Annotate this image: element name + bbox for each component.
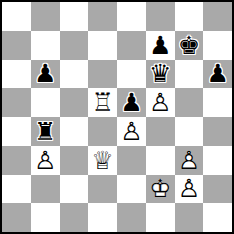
square-h2[interactable] — [203, 175, 232, 204]
square-a5[interactable] — [2, 88, 31, 117]
white-pawn-fill: ♟ — [117, 117, 146, 146]
square-d1[interactable] — [88, 203, 117, 232]
square-h5[interactable] — [203, 88, 232, 117]
square-c6[interactable] — [60, 60, 89, 89]
white-pawn: ♙ — [31, 146, 60, 175]
white-pawn: ♙ — [175, 146, 204, 175]
white-pawn-fill: ♟ — [175, 146, 204, 175]
square-b5[interactable] — [31, 88, 60, 117]
square-b8[interactable] — [31, 2, 60, 31]
white-pawn-fill: ♟ — [175, 175, 204, 204]
square-b3[interactable]: ♟♙ — [31, 146, 60, 175]
square-a7[interactable] — [2, 31, 31, 60]
square-g7[interactable]: ♚ — [175, 31, 204, 60]
square-c8[interactable] — [60, 2, 89, 31]
square-e3[interactable] — [117, 146, 146, 175]
square-f1[interactable] — [146, 203, 175, 232]
white-queen-fill: ♛ — [88, 146, 117, 175]
black-rook: ♜ — [31, 117, 60, 146]
square-e4[interactable]: ♟♙ — [117, 117, 146, 146]
square-e8[interactable] — [117, 2, 146, 31]
square-a6[interactable] — [2, 60, 31, 89]
square-g1[interactable] — [175, 203, 204, 232]
square-a3[interactable] — [2, 146, 31, 175]
white-rook: ♖ — [88, 88, 117, 117]
square-e1[interactable] — [117, 203, 146, 232]
square-e6[interactable] — [117, 60, 146, 89]
white-pawn: ♙ — [117, 117, 146, 146]
square-f4[interactable] — [146, 117, 175, 146]
square-c3[interactable] — [60, 146, 89, 175]
square-h4[interactable] — [203, 117, 232, 146]
square-f8[interactable] — [146, 2, 175, 31]
square-c5[interactable] — [60, 88, 89, 117]
square-f7[interactable]: ♟ — [146, 31, 175, 60]
square-f6[interactable]: ♛ — [146, 60, 175, 89]
square-g8[interactable] — [175, 2, 204, 31]
square-d7[interactable] — [88, 31, 117, 60]
square-b6[interactable]: ♟ — [31, 60, 60, 89]
square-b4[interactable]: ♜ — [31, 117, 60, 146]
square-b1[interactable] — [31, 203, 60, 232]
square-b2[interactable] — [31, 175, 60, 204]
white-queen: ♕ — [88, 146, 117, 175]
square-f5[interactable]: ♟♙ — [146, 88, 175, 117]
square-a4[interactable] — [2, 117, 31, 146]
square-g5[interactable] — [175, 88, 204, 117]
square-e2[interactable] — [117, 175, 146, 204]
white-pawn: ♙ — [175, 175, 204, 204]
square-f3[interactable] — [146, 146, 175, 175]
white-rook-fill: ♜ — [88, 88, 117, 117]
white-king: ♔ — [146, 175, 175, 204]
black-pawn: ♟ — [117, 88, 146, 117]
square-h7[interactable] — [203, 31, 232, 60]
square-h8[interactable] — [203, 2, 232, 31]
square-g4[interactable] — [175, 117, 204, 146]
square-c4[interactable] — [60, 117, 89, 146]
black-queen: ♛ — [146, 60, 175, 89]
square-d6[interactable] — [88, 60, 117, 89]
square-g6[interactable] — [175, 60, 204, 89]
white-pawn: ♙ — [146, 88, 175, 117]
square-d8[interactable] — [88, 2, 117, 31]
square-d2[interactable] — [88, 175, 117, 204]
square-d4[interactable] — [88, 117, 117, 146]
black-pawn: ♟ — [203, 60, 232, 89]
square-e7[interactable] — [117, 31, 146, 60]
white-pawn-fill: ♟ — [31, 146, 60, 175]
chess-board: ♟♚♟♛♟♜♖♟♟♙♜♟♙♟♙♛♕♟♙♚♔♟♙ — [0, 0, 234, 234]
square-a2[interactable] — [2, 175, 31, 204]
square-e5[interactable]: ♟ — [117, 88, 146, 117]
square-a1[interactable] — [2, 203, 31, 232]
white-pawn-fill: ♟ — [146, 88, 175, 117]
square-g2[interactable]: ♟♙ — [175, 175, 204, 204]
square-h1[interactable] — [203, 203, 232, 232]
square-c7[interactable] — [60, 31, 89, 60]
square-a8[interactable] — [2, 2, 31, 31]
square-g3[interactable]: ♟♙ — [175, 146, 204, 175]
square-c1[interactable] — [60, 203, 89, 232]
black-pawn: ♟ — [31, 60, 60, 89]
square-h6[interactable]: ♟ — [203, 60, 232, 89]
square-f2[interactable]: ♚♔ — [146, 175, 175, 204]
square-d5[interactable]: ♜♖ — [88, 88, 117, 117]
black-king: ♚ — [175, 31, 204, 60]
black-pawn: ♟ — [146, 31, 175, 60]
square-d3[interactable]: ♛♕ — [88, 146, 117, 175]
white-king-fill: ♚ — [146, 175, 175, 204]
square-b7[interactable] — [31, 31, 60, 60]
square-h3[interactable] — [203, 146, 232, 175]
square-c2[interactable] — [60, 175, 89, 204]
